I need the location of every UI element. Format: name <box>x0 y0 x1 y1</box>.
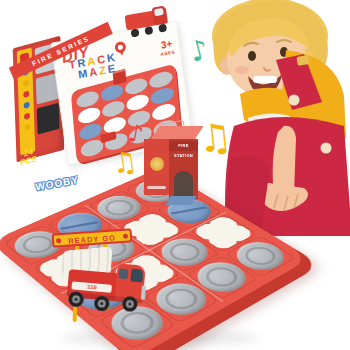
track-groove <box>164 240 207 265</box>
mini-gray-tile <box>124 76 148 96</box>
box-truck-wheel-icon <box>144 26 153 35</box>
title-letter: Y <box>77 42 91 61</box>
box-art-fire-truck <box>124 3 171 36</box>
station-right-face: FIRE STATION <box>169 139 198 199</box>
truck-side-window <box>119 268 129 279</box>
brand-logo: WOOBY <box>35 174 80 193</box>
side-dot-red2 <box>23 113 29 121</box>
truck-wheel-middle <box>94 295 110 311</box>
track-groove <box>239 243 282 268</box>
box-truck-wheel-icon <box>158 24 167 33</box>
station-stripe <box>147 186 166 189</box>
side-dot-yellow2 <box>24 124 30 132</box>
mini-blue-tile <box>100 82 124 102</box>
truck-grill <box>141 285 146 299</box>
mini-cloud-tile <box>152 102 176 122</box>
side-dot-blue2 <box>23 102 29 110</box>
side-dot-yellow <box>22 80 28 88</box>
truck-wheel-front <box>122 296 138 312</box>
station-sign: FIRE STATION <box>169 141 198 151</box>
station-emblem-icon <box>150 157 164 171</box>
mini-cloud-tile <box>126 92 150 112</box>
mini-gray-tile <box>75 89 99 109</box>
side-dot-red <box>23 91 29 99</box>
track-groove <box>100 197 140 219</box>
fire-station-cube[interactable]: FIRE STATION <box>144 126 200 202</box>
station-ramp <box>165 196 196 205</box>
track-line <box>170 206 207 214</box>
age-badge-label: AGES <box>160 47 176 58</box>
box-title: DIY TRACK MAZE <box>61 41 119 83</box>
station-left-face <box>144 139 169 195</box>
mini-blue-tile <box>150 86 174 106</box>
mini-blue-tile <box>78 122 102 142</box>
product-photo-scene: 24 PCS FIRE SERIES DIY TRACK MAZE 3+ AGE… <box>0 0 350 350</box>
box-truck-wheel-icon <box>131 28 140 37</box>
age-badge: 3+ AGES <box>159 38 176 58</box>
mini-cloud-tile <box>77 105 101 125</box>
track-groove <box>200 263 245 290</box>
truck-wheel-rear <box>68 291 84 307</box>
track-line <box>60 221 99 230</box>
box-art-mini-station <box>113 69 127 85</box>
track-groove <box>158 285 204 314</box>
mini-gray-tile <box>101 99 125 119</box>
box-side-thumbnail-3 <box>37 103 60 135</box>
station-tunnel <box>174 171 193 197</box>
mini-gray-tile <box>149 69 173 89</box>
location-pin-icon <box>114 41 126 54</box>
truck-windshield <box>130 269 143 283</box>
music-note-icon: ♫ <box>110 144 139 180</box>
fire-truck-toy[interactable]: 119 <box>51 244 153 324</box>
